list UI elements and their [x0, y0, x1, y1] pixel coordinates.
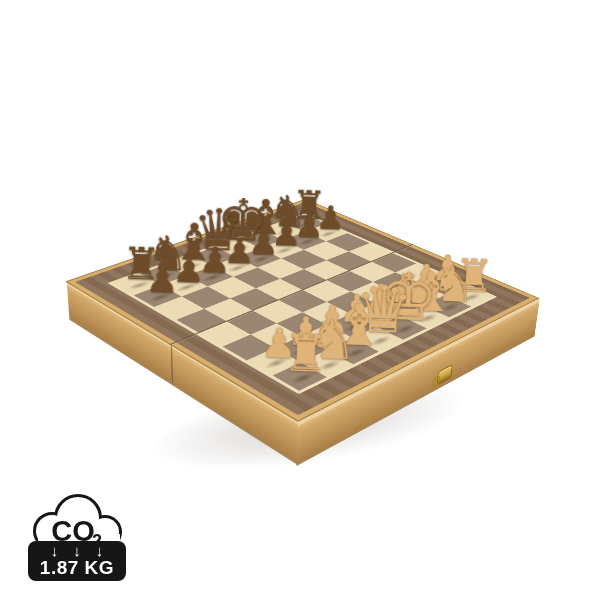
- down-arrows-icon: ↓ ↓ ↓: [51, 544, 104, 557]
- down-arrow-icon: ↓: [73, 544, 81, 557]
- co2-badge: CO 2 ↓ ↓ ↓ 1.87 KG: [22, 492, 132, 592]
- product-photo-stage: ♜♞♝♛♚♝♞♜♟♟♟♟♟♟♟♟♟♟♟♟♟♟♟♟♜♞♝♛♚♝♞♜ CO 2 ↓: [0, 0, 610, 610]
- brass-latch: [437, 364, 453, 385]
- down-arrow-icon: ↓: [96, 544, 104, 557]
- folding-chess-board: ♜♞♝♛♚♝♞♜♟♟♟♟♟♟♟♟♟♟♟♟♟♟♟♟♜♞♝♛♚♝♞♜: [65, 199, 540, 422]
- down-arrow-icon: ↓: [51, 544, 59, 557]
- piece-dark-pawn-a7: ♟: [121, 260, 204, 300]
- co2-weight-box: ↓ ↓ ↓ 1.87 KG: [28, 541, 126, 581]
- latch-loop-icon: [432, 374, 441, 388]
- co2-weight-value: 1.87 KG: [40, 557, 114, 578]
- fold-seam-side: [171, 344, 173, 384]
- piece-light-rook-a1: ♜: [259, 327, 353, 381]
